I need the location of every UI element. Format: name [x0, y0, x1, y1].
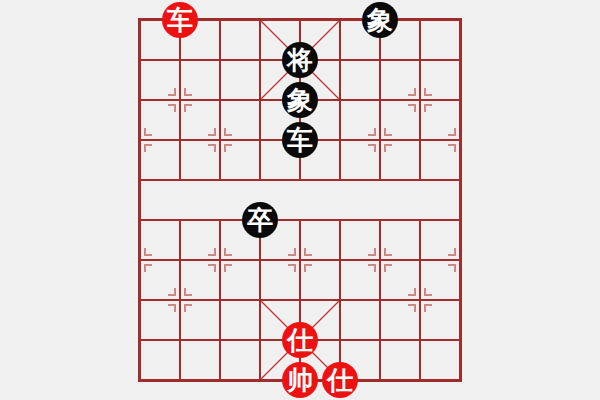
point-marker — [144, 264, 152, 272]
red-advisor[interactable]: 仕 — [282, 322, 318, 358]
point-marker — [448, 128, 456, 136]
point-marker — [184, 88, 192, 96]
point-marker — [384, 144, 392, 152]
grid-vline — [259, 220, 261, 380]
point-marker — [224, 264, 232, 272]
point-marker — [144, 144, 152, 152]
black-soldier[interactable]: 卒 — [242, 202, 278, 238]
point-marker — [424, 88, 432, 96]
point-marker — [168, 304, 176, 312]
point-marker — [384, 264, 392, 272]
grid-vline — [419, 220, 421, 380]
point-marker — [408, 88, 416, 96]
point-marker — [304, 248, 312, 256]
point-marker — [144, 128, 152, 136]
point-marker — [368, 144, 376, 152]
black-general[interactable]: 将 — [282, 42, 318, 78]
point-marker — [224, 144, 232, 152]
point-marker — [424, 288, 432, 296]
point-marker — [424, 304, 432, 312]
point-marker — [288, 264, 296, 272]
point-marker — [424, 104, 432, 112]
point-marker — [384, 128, 392, 136]
point-marker — [168, 104, 176, 112]
point-marker — [448, 264, 456, 272]
red-advisor[interactable]: 仕 — [322, 362, 358, 398]
point-marker — [144, 248, 152, 256]
red-chariot[interactable]: 车 — [162, 2, 198, 38]
red-general[interactable]: 帅 — [282, 362, 318, 398]
point-marker — [184, 104, 192, 112]
grid-vline — [339, 220, 341, 380]
point-marker — [184, 304, 192, 312]
point-marker — [208, 128, 216, 136]
grid-vline — [379, 220, 381, 380]
point-marker — [408, 104, 416, 112]
black-elephant[interactable]: 象 — [362, 2, 398, 38]
point-marker — [368, 248, 376, 256]
point-marker — [168, 288, 176, 296]
point-marker — [368, 264, 376, 272]
point-marker — [208, 248, 216, 256]
point-marker — [448, 248, 456, 256]
point-marker — [208, 264, 216, 272]
black-elephant[interactable]: 象 — [282, 82, 318, 118]
grid-vline — [219, 20, 221, 180]
point-marker — [408, 288, 416, 296]
point-marker — [168, 88, 176, 96]
point-marker — [304, 264, 312, 272]
black-chariot[interactable]: 车 — [282, 122, 318, 158]
grid-vline — [419, 20, 421, 180]
point-marker — [408, 304, 416, 312]
point-marker — [368, 128, 376, 136]
point-marker — [224, 128, 232, 136]
point-marker — [208, 144, 216, 152]
point-marker — [224, 248, 232, 256]
point-marker — [384, 248, 392, 256]
point-marker — [288, 248, 296, 256]
grid-vline — [179, 220, 181, 380]
grid-vline — [379, 20, 381, 180]
grid-vline — [259, 20, 261, 180]
grid-vline — [179, 20, 181, 180]
point-marker — [448, 144, 456, 152]
point-marker — [184, 288, 192, 296]
xiangqi-app: 车象将象车卒仕帅仕 — [0, 0, 600, 400]
grid-vline — [339, 20, 341, 180]
xiangqi-board[interactable]: 车象将象车卒仕帅仕 — [140, 20, 460, 380]
grid-vline — [219, 220, 221, 380]
